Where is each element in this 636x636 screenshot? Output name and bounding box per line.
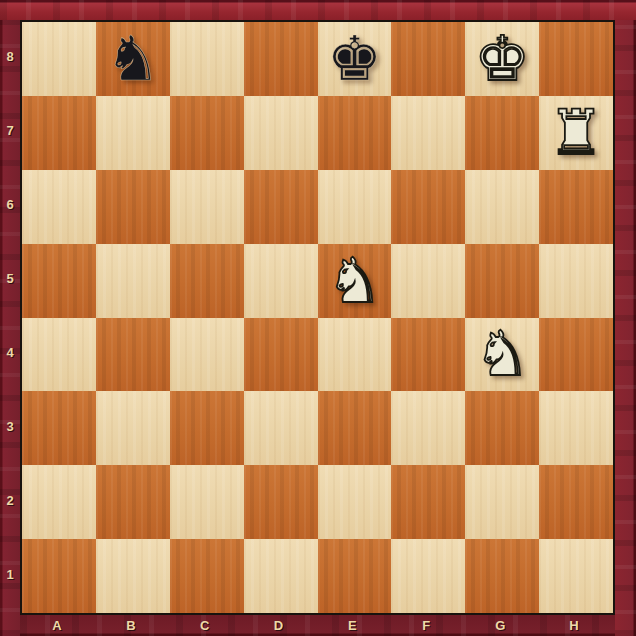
piece-white-rook-h7[interactable]: ♜ [548, 102, 604, 164]
square-d7[interactable] [244, 96, 318, 170]
square-f4[interactable] [391, 318, 465, 392]
square-c1[interactable] [170, 539, 244, 613]
square-f3[interactable] [391, 391, 465, 465]
square-b8[interactable]: ♞ [96, 22, 170, 96]
file-label-c: C [168, 615, 242, 636]
square-a2[interactable] [22, 465, 96, 539]
square-h1[interactable] [539, 539, 613, 613]
square-h6[interactable] [539, 170, 613, 244]
square-f6[interactable] [391, 170, 465, 244]
piece-black-knight-b8[interactable]: ♞ [105, 28, 161, 90]
square-g2[interactable] [465, 465, 539, 539]
square-b4[interactable] [96, 318, 170, 392]
square-b5[interactable] [96, 244, 170, 318]
rank-label-5: 5 [0, 242, 20, 316]
square-c5[interactable] [170, 244, 244, 318]
square-g7[interactable] [465, 96, 539, 170]
square-h4[interactable] [539, 318, 613, 392]
square-a5[interactable] [22, 244, 96, 318]
piece-white-knight-e5[interactable]: ♞ [327, 250, 383, 312]
square-h8[interactable] [539, 22, 613, 96]
file-label-g: G [463, 615, 537, 636]
file-label-a: A [20, 615, 94, 636]
square-g6[interactable] [465, 170, 539, 244]
square-b7[interactable] [96, 96, 170, 170]
rank-label-4: 4 [0, 316, 20, 390]
square-g4[interactable]: ♞ [465, 318, 539, 392]
square-d3[interactable] [244, 391, 318, 465]
file-label-b: B [94, 615, 168, 636]
square-c7[interactable] [170, 96, 244, 170]
square-d6[interactable] [244, 170, 318, 244]
file-label-f: F [389, 615, 463, 636]
square-h7[interactable]: ♜ [539, 96, 613, 170]
square-a4[interactable] [22, 318, 96, 392]
frame-edge-top [0, 0, 636, 20]
square-e5[interactable]: ♞ [318, 244, 392, 318]
square-h2[interactable] [539, 465, 613, 539]
rank-label-8: 8 [0, 20, 20, 94]
rank-label-2: 2 [0, 463, 20, 537]
square-h5[interactable] [539, 244, 613, 318]
square-c4[interactable] [170, 318, 244, 392]
file-label-d: D [242, 615, 316, 636]
square-h3[interactable] [539, 391, 613, 465]
frame-edge-right [615, 20, 636, 636]
square-f1[interactable] [391, 539, 465, 613]
square-e6[interactable] [318, 170, 392, 244]
square-c8[interactable] [170, 22, 244, 96]
piece-white-knight-g4[interactable]: ♞ [474, 323, 530, 385]
square-a8[interactable] [22, 22, 96, 96]
board-frame: 8 7 6 5 4 3 2 1 A B C D E F G H ♞♚♚♜♞♞ [0, 0, 636, 636]
square-a3[interactable] [22, 391, 96, 465]
square-b3[interactable] [96, 391, 170, 465]
square-a6[interactable] [22, 170, 96, 244]
square-b1[interactable] [96, 539, 170, 613]
square-e8[interactable]: ♚ [318, 22, 392, 96]
square-g8[interactable]: ♚ [465, 22, 539, 96]
square-b2[interactable] [96, 465, 170, 539]
square-g1[interactable] [465, 539, 539, 613]
rank-label-6: 6 [0, 168, 20, 242]
file-label-e: E [316, 615, 390, 636]
piece-white-king-g8[interactable]: ♚ [474, 28, 530, 90]
rank-label-7: 7 [0, 94, 20, 168]
square-f5[interactable] [391, 244, 465, 318]
square-d1[interactable] [244, 539, 318, 613]
square-d5[interactable] [244, 244, 318, 318]
square-g3[interactable] [465, 391, 539, 465]
square-e4[interactable] [318, 318, 392, 392]
rank-label-3: 3 [0, 389, 20, 463]
square-e2[interactable] [318, 465, 392, 539]
square-a7[interactable] [22, 96, 96, 170]
square-d8[interactable] [244, 22, 318, 96]
square-b6[interactable] [96, 170, 170, 244]
piece-black-king-e8[interactable]: ♚ [327, 28, 383, 90]
square-c6[interactable] [170, 170, 244, 244]
file-label-h: H [537, 615, 611, 636]
square-e1[interactable] [318, 539, 392, 613]
chess-board: ♞♚♚♜♞♞ [22, 22, 613, 613]
square-c2[interactable] [170, 465, 244, 539]
square-e3[interactable] [318, 391, 392, 465]
square-c3[interactable] [170, 391, 244, 465]
square-f7[interactable] [391, 96, 465, 170]
square-f8[interactable] [391, 22, 465, 96]
rank-label-1: 1 [0, 537, 20, 611]
square-e7[interactable] [318, 96, 392, 170]
square-a1[interactable] [22, 539, 96, 613]
square-g5[interactable] [465, 244, 539, 318]
square-f2[interactable] [391, 465, 465, 539]
square-d4[interactable] [244, 318, 318, 392]
square-d2[interactable] [244, 465, 318, 539]
